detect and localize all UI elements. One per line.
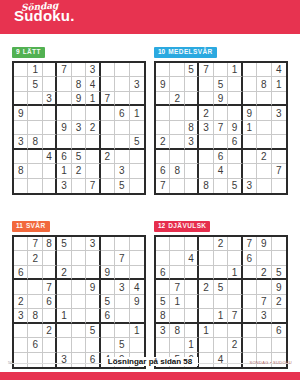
sudoku-cell-r9c2[interactable] <box>28 179 42 193</box>
sudoku-cell-r1c4: 7 <box>57 63 71 77</box>
sudoku-cell-r3c1: 6 <box>14 266 28 280</box>
sudoku-cell-r8c3[interactable] <box>43 164 57 178</box>
sudoku-cell-r1c7[interactable] <box>243 63 257 77</box>
sudoku-cell-r5c1[interactable] <box>14 121 28 135</box>
sudoku-cell-r9c1: 7 <box>156 179 170 193</box>
sudoku-cell-r6c6[interactable] <box>86 135 100 149</box>
sudoku-cell-r7c1[interactable] <box>14 324 28 338</box>
sudoku-cell-r1c5[interactable] <box>214 63 228 77</box>
sudoku-grid-11: 785327629793426593816251653649 <box>12 235 146 369</box>
sudoku-cell-r4c1[interactable] <box>156 106 170 120</box>
sudoku-cell-r7c1: 3 <box>156 324 170 338</box>
sudoku-cell-r2c4[interactable] <box>57 251 71 265</box>
sudoku-cell-r8c7[interactable] <box>243 338 257 352</box>
sudoku-cell-r5c5: 7 <box>214 121 228 135</box>
sudoku-cell-r6c1: 3 <box>14 135 28 149</box>
puzzle-number: 10 <box>158 49 165 56</box>
sudoku-cell-r5c2[interactable] <box>28 295 42 309</box>
sudoku-cell-r5c2: 1 <box>170 295 184 309</box>
puzzle-number: 9 <box>16 49 20 56</box>
sudoku-cell-r8c3[interactable] <box>185 164 199 178</box>
sudoku-cell-r8c7[interactable] <box>243 164 257 178</box>
sudoku-cell-r6c1: 8 <box>156 309 170 323</box>
sudoku-cell-r9c9[interactable] <box>272 179 286 193</box>
sudoku-cell-r5c4: 3 <box>199 121 213 135</box>
sudoku-cell-r6c5[interactable] <box>214 135 228 149</box>
sudoku-cell-r5c9[interactable] <box>272 121 286 135</box>
sudoku-cell-r6c3[interactable] <box>43 309 57 323</box>
sudoku-cell-r1c7[interactable] <box>101 63 115 77</box>
sudoku-cell-r6c2[interactable] <box>170 309 184 323</box>
sudoku-cell-r3c9[interactable] <box>272 92 286 106</box>
sudoku-cell-r3c5[interactable] <box>72 266 86 280</box>
sudoku-cell-r3c7[interactable] <box>243 266 257 280</box>
sudoku-cell-r2c5: 5 <box>214 77 228 91</box>
sudoku-cell-r3c2: 2 <box>170 92 184 106</box>
sudoku-cell-r5c6[interactable] <box>86 295 100 309</box>
sudoku-cell-r6c4[interactable] <box>57 135 71 149</box>
sudoku-cell-r2c1[interactable] <box>156 251 170 265</box>
sudoku-cell-r2c5[interactable] <box>214 251 228 265</box>
sudoku-cell-r4c9: 9 <box>272 280 286 294</box>
sudoku-cell-r2c4[interactable] <box>57 77 71 91</box>
sudoku-cell-r7c1[interactable] <box>156 150 170 164</box>
sudoku-cell-r1c1[interactable] <box>14 63 28 77</box>
sudoku-cell-r1c7: 7 <box>243 237 257 251</box>
sudoku-cell-r1c7[interactable] <box>101 237 115 251</box>
sudoku-cell-r1c2[interactable] <box>170 237 184 251</box>
sudoku-cell-r6c5[interactable] <box>72 309 86 323</box>
sudoku-cell-r9c3[interactable] <box>185 179 199 193</box>
sudoku-cell-r1c2: 1 <box>28 63 42 77</box>
sudoku-cell-r4c2[interactable] <box>170 106 184 120</box>
sudoku-cell-r9c4: 3 <box>57 179 71 193</box>
sudoku-cell-r9c5[interactable] <box>214 179 228 193</box>
sudoku-cell-r7c7: 2 <box>101 150 115 164</box>
difficulty-label: SVÅR <box>26 223 46 230</box>
sudoku-cell-r7c8: 2 <box>257 150 271 164</box>
sudoku-cell-r6c2[interactable] <box>170 135 184 149</box>
sudoku-cell-r3c7: 9 <box>101 266 115 280</box>
sudoku-cell-r6c2: 8 <box>28 135 42 149</box>
sudoku-cell-r1c6: 3 <box>86 63 100 77</box>
difficulty-label: LÄTT <box>23 49 41 56</box>
sudoku-cell-r3c3[interactable] <box>185 92 199 106</box>
sudoku-cell-r5c8: 7 <box>257 295 271 309</box>
sudoku-cell-r2c8: 7 <box>115 251 129 265</box>
sudoku-cell-r7c8[interactable] <box>115 150 129 164</box>
sudoku-cell-r4c1: 9 <box>14 106 28 120</box>
sudoku-cell-r6c4[interactable] <box>199 309 213 323</box>
edition-note: SÖNDAG • SUDOKU <box>249 360 292 365</box>
sudoku-cell-r4c6[interactable] <box>228 280 242 294</box>
sudoku-cell-r6c5: 1 <box>214 309 228 323</box>
sudoku-cell-r8c8: 5 <box>115 338 129 352</box>
sudoku-cell-r5c4[interactable] <box>57 295 71 309</box>
puzzle-10-medium: 10 MEDELSVÅR 571495812929383791236626847… <box>154 40 288 195</box>
sudoku-cell-r8c7[interactable] <box>101 164 115 178</box>
sudoku-cell-r7c2[interactable] <box>28 150 42 164</box>
sudoku-cell-r3c3: 3 <box>43 92 57 106</box>
sudoku-cell-r2c7[interactable] <box>101 77 115 91</box>
sudoku-cell-r4c5[interactable] <box>214 106 228 120</box>
sudoku-cell-r7c3[interactable] <box>185 150 199 164</box>
difficulty-badge-devilish: 12 DJÄVULSK <box>154 221 210 233</box>
sudoku-cell-r4c8: 6 <box>115 106 129 120</box>
sudoku-cell-r4c5[interactable] <box>72 280 86 294</box>
difficulty-badge-hard: 11 SVÅR <box>12 221 50 233</box>
sudoku-cell-r5c7[interactable] <box>101 121 115 135</box>
sudoku-cell-r3c1[interactable] <box>156 92 170 106</box>
sudoku-cell-r9c6: 5 <box>228 179 242 193</box>
sudoku-cell-r8c7[interactable] <box>101 338 115 352</box>
sudoku-cell-r3c3[interactable] <box>43 266 57 280</box>
sudoku-cell-r7c5[interactable] <box>72 324 86 338</box>
sudoku-cell-r6c7[interactable] <box>243 135 257 149</box>
sudoku-cell-r3c6: 1 <box>228 266 242 280</box>
sudoku-cell-r5c8[interactable] <box>257 121 271 135</box>
sudoku-cell-r3c3[interactable] <box>185 266 199 280</box>
sudoku-cell-r7c1[interactable] <box>14 150 28 164</box>
sudoku-cell-r7c6: 5 <box>86 324 100 338</box>
sudoku-cell-r3c8[interactable] <box>257 92 271 106</box>
sudoku-cell-r7c6[interactable] <box>86 150 100 164</box>
sudoku-cell-r2c7: 6 <box>243 251 257 265</box>
sudoku-cell-r1c9[interactable] <box>272 237 286 251</box>
sudoku-cell-r8c5[interactable] <box>214 338 228 352</box>
page-footer: Lösningar på sidan 58 50 SÖNDAG • SUDOKU <box>0 356 300 372</box>
sudoku-cell-r9c6: 7 <box>86 179 100 193</box>
sudoku-cell-r5c7[interactable] <box>243 295 257 309</box>
sudoku-cell-r5c5: 3 <box>72 121 86 135</box>
sudoku-cell-r3c2[interactable] <box>28 92 42 106</box>
sudoku-cell-r6c2: 8 <box>28 309 42 323</box>
sudoku-cell-r4c8[interactable] <box>257 106 271 120</box>
sudoku-cell-r7c5: 6 <box>214 150 228 164</box>
sudoku-cell-r8c2[interactable] <box>170 338 184 352</box>
sudoku-grid-10: 5714958129293837912366268477853 <box>154 61 288 195</box>
sudoku-cell-r4c6[interactable] <box>86 106 100 120</box>
sudoku-cell-r7c4[interactable] <box>199 150 213 164</box>
difficulty-label: MEDELSVÅR <box>168 49 212 56</box>
sudoku-cell-r2c8[interactable] <box>257 251 271 265</box>
difficulty-badge-medium: 10 MEDELSVÅR <box>154 47 217 59</box>
sudoku-cell-r4c6[interactable] <box>228 106 242 120</box>
sudoku-cell-r3c1[interactable] <box>14 92 28 106</box>
sudoku-cell-r9c2[interactable] <box>170 179 184 193</box>
sudoku-cell-r5c1: 5 <box>156 295 170 309</box>
sudoku-cell-r1c5: 2 <box>214 237 228 251</box>
sudoku-cell-r8c5[interactable] <box>72 338 86 352</box>
sudoku-cell-r4c8[interactable] <box>257 280 271 294</box>
sudoku-cell-r2c7[interactable] <box>101 251 115 265</box>
sudoku-cell-r1c3[interactable] <box>185 237 199 251</box>
sudoku-cell-r7c9[interactable] <box>272 150 286 164</box>
sudoku-cell-r7c7[interactable] <box>101 324 115 338</box>
sudoku-cell-r4c3[interactable] <box>185 106 199 120</box>
sudoku-cell-r6c3[interactable] <box>43 135 57 149</box>
sudoku-cell-r1c3[interactable] <box>43 63 57 77</box>
sudoku-cell-r1c3: 5 <box>185 63 199 77</box>
sudoku-cell-r3c4[interactable] <box>57 92 71 106</box>
sudoku-cell-r3c6[interactable] <box>228 92 242 106</box>
sudoku-cell-r3c9: 5 <box>272 266 286 280</box>
sudoku-cell-r5c6: 2 <box>86 121 100 135</box>
sudoku-cell-r9c5[interactable] <box>72 179 86 193</box>
sudoku-cell-r8c5: 4 <box>214 164 228 178</box>
sudoku-cell-r1c2: 7 <box>28 237 42 251</box>
sudoku-cell-r1c8: 9 <box>257 237 271 251</box>
sudoku-cell-r4c5[interactable] <box>72 106 86 120</box>
sudoku-cell-r7c5[interactable] <box>214 324 228 338</box>
sudoku-cell-r4c1[interactable] <box>156 280 170 294</box>
sudoku-cell-r1c4[interactable] <box>199 237 213 251</box>
sudoku-cell-r7c2[interactable] <box>170 150 184 164</box>
sudoku-cell-r8c1[interactable] <box>156 338 170 352</box>
sudoku-cell-r1c4: 7 <box>199 63 213 77</box>
sudoku-cell-r3c9[interactable] <box>130 266 144 280</box>
sudoku-cell-r9c7: 3 <box>243 179 257 193</box>
sudoku-cell-r6c6[interactable] <box>86 309 100 323</box>
sudoku-cell-r8c4[interactable] <box>57 338 71 352</box>
sudoku-cell-r8c8[interactable] <box>257 164 271 178</box>
puzzle-row-top: 9 LÄTT 1735843391796193238546528123375 1… <box>12 40 288 195</box>
sudoku-cell-r7c2[interactable] <box>28 324 42 338</box>
sudoku-cell-r7c3: 4 <box>43 150 57 164</box>
sudoku-cell-r9c3[interactable] <box>43 179 57 193</box>
solutions-text: Lösningar på sidan 58 <box>102 357 198 366</box>
sudoku-cell-r5c7: 1 <box>243 121 257 135</box>
sudoku-cell-r4c7[interactable] <box>101 280 115 294</box>
sudoku-cell-r6c1: 3 <box>14 309 28 323</box>
sudoku-cell-r1c1[interactable] <box>14 237 28 251</box>
sudoku-cell-r2c9[interactable] <box>272 251 286 265</box>
sudoku-cell-r2c3[interactable] <box>185 77 199 91</box>
sudoku-cell-r7c9[interactable] <box>130 150 144 164</box>
sudoku-cell-r8c2[interactable] <box>28 164 42 178</box>
sudoku-cell-r6c3[interactable] <box>185 309 199 323</box>
sudoku-cell-r2c6[interactable] <box>228 77 242 91</box>
sudoku-cell-r6c6: 7 <box>228 309 242 323</box>
sudoku-cell-r3c5: 9 <box>214 92 228 106</box>
page-number: 50 <box>8 360 12 365</box>
sudoku-cell-r8c9[interactable] <box>130 164 144 178</box>
sudoku-cell-r8c1: 6 <box>156 164 170 178</box>
sudoku-cell-r1c8[interactable] <box>257 63 271 77</box>
sudoku-cell-r1c1[interactable] <box>156 237 170 251</box>
sudoku-cell-r7c4[interactable] <box>57 324 71 338</box>
sudoku-cell-r5c9: 2 <box>272 295 286 309</box>
sudoku-cell-r3c7[interactable] <box>243 92 257 106</box>
sudoku-cell-r4c7[interactable] <box>243 280 257 294</box>
sudoku-cell-r6c5[interactable] <box>72 135 86 149</box>
sudoku-cell-r4c1[interactable] <box>14 280 28 294</box>
sudoku-cell-r1c5[interactable] <box>72 63 86 77</box>
sudoku-cell-r1c9[interactable] <box>130 63 144 77</box>
sudoku-cell-r8c9: 7 <box>272 164 286 178</box>
sudoku-cell-r1c2[interactable] <box>170 63 184 77</box>
sondag-sudoku-logo: Söndag Sudoku. <box>14 2 75 24</box>
sudoku-cell-r1c9[interactable] <box>130 237 144 251</box>
sudoku-cell-r7c9: 1 <box>130 324 144 338</box>
sudoku-cell-r2c2[interactable] <box>170 77 184 91</box>
puzzle-number: 12 <box>158 223 165 230</box>
sudoku-cell-r2c6[interactable] <box>228 251 242 265</box>
sudoku-cell-r3c6: 1 <box>86 92 100 106</box>
sudoku-cell-r3c5: 9 <box>72 92 86 106</box>
sudoku-cell-r8c1: 8 <box>14 164 28 178</box>
sudoku-cell-r5c6[interactable] <box>228 295 242 309</box>
sudoku-cell-r7c3[interactable] <box>185 324 199 338</box>
sudoku-cell-r7c8[interactable] <box>115 324 129 338</box>
sudoku-cell-r5c3[interactable] <box>43 121 57 135</box>
sudoku-cell-r1c8[interactable] <box>115 237 129 251</box>
sudoku-cell-r2c2[interactable] <box>170 251 184 265</box>
sudoku-cell-r3c6[interactable] <box>86 266 100 280</box>
sudoku-cell-r4c7[interactable] <box>101 106 115 120</box>
sudoku-cell-r3c4: 2 <box>57 266 71 280</box>
sudoku-cell-r9c9[interactable] <box>130 179 144 193</box>
sudoku-cell-r6c9[interactable] <box>272 309 286 323</box>
sudoku-cell-r2c9: 1 <box>272 77 286 91</box>
sudoku-cell-r2c4[interactable] <box>199 77 213 91</box>
sudoku-cell-r5c4: 9 <box>57 121 71 135</box>
sudoku-cell-r5c8[interactable] <box>115 121 129 135</box>
sudoku-cell-r2c8: 8 <box>257 77 271 91</box>
sudoku-cell-r5c2[interactable] <box>28 121 42 135</box>
sudoku-cell-r4c3[interactable] <box>43 106 57 120</box>
sudoku-cell-r3c2[interactable] <box>170 266 184 280</box>
sudoku-cell-r8c3[interactable] <box>43 338 57 352</box>
sudoku-cell-r3c2[interactable] <box>28 266 42 280</box>
sudoku-cell-r8c8[interactable] <box>257 338 271 352</box>
sudoku-cell-r3c5[interactable] <box>214 266 228 280</box>
sudoku-cell-r8c6[interactable] <box>86 164 100 178</box>
sudoku-cell-r2c1[interactable] <box>14 77 28 91</box>
sudoku-cell-r2c9[interactable] <box>130 251 144 265</box>
sudoku-cell-r7c7[interactable] <box>243 150 257 164</box>
puzzle-row-bottom: 11 SVÅR 785327629793426593816251653649 1… <box>12 214 288 369</box>
sudoku-cell-r6c9[interactable] <box>130 309 144 323</box>
sudoku-cell-r5c8[interactable] <box>115 295 129 309</box>
sudoku-cell-r4c4[interactable] <box>57 106 71 120</box>
sudoku-cell-r8c1[interactable] <box>14 338 28 352</box>
sudoku-cell-r9c1[interactable] <box>14 179 28 193</box>
sudoku-cell-r1c1[interactable] <box>156 63 170 77</box>
sudoku-cell-r2c1[interactable] <box>14 251 28 265</box>
sudoku-cell-r4c7: 9 <box>243 106 257 120</box>
sudoku-cell-r7c2: 8 <box>170 324 184 338</box>
sudoku-cell-r4c4[interactable] <box>57 280 71 294</box>
sudoku-cell-r4c2: 7 <box>170 280 184 294</box>
sudoku-cell-r4c8: 3 <box>115 280 129 294</box>
sudoku-cell-r6c9[interactable] <box>272 135 286 149</box>
sudoku-cell-r4c2[interactable] <box>28 106 42 120</box>
sudoku-cell-r6c8[interactable] <box>257 135 271 149</box>
sudoku-cell-r1c4: 5 <box>57 237 71 251</box>
sudoku-cell-r6c7: 6 <box>101 309 115 323</box>
sudoku-cell-r3c8[interactable] <box>115 92 129 106</box>
sudoku-cell-r2c3[interactable] <box>43 251 57 265</box>
sudoku-cell-r7c4: 6 <box>57 150 71 164</box>
sudoku-cell-r4c3[interactable] <box>185 280 199 294</box>
sudoku-cell-r4c2[interactable] <box>28 280 42 294</box>
sudoku-cell-r2c9: 3 <box>130 77 144 91</box>
sudoku-cell-r7c8[interactable] <box>257 324 271 338</box>
sudoku-cell-r8c6[interactable] <box>228 164 242 178</box>
sudoku-cell-r8c3: 1 <box>185 338 199 352</box>
sudoku-cell-r2c6[interactable] <box>86 251 100 265</box>
sudoku-cell-r5c3[interactable] <box>185 295 199 309</box>
sudoku-cell-r6c4: 1 <box>57 309 71 323</box>
sudoku-cell-r1c6[interactable] <box>228 237 242 251</box>
sudoku-cell-r9c4: 8 <box>199 179 213 193</box>
sudoku-cell-r8c4[interactable] <box>199 164 213 178</box>
sudoku-cell-r1c5[interactable] <box>72 237 86 251</box>
sudoku-cell-r9c7[interactable] <box>101 179 115 193</box>
sudoku-cell-r8c4[interactable] <box>199 338 213 352</box>
sudoku-cell-r8c4: 1 <box>57 164 71 178</box>
sudoku-cell-r5c2[interactable] <box>170 121 184 135</box>
sudoku-cell-r6c8[interactable] <box>115 135 129 149</box>
sudoku-cell-r4c3: 7 <box>43 280 57 294</box>
sudoku-cell-r7c9: 6 <box>272 324 286 338</box>
sudoku-cell-r7c7[interactable] <box>243 324 257 338</box>
sudoku-cell-r8c9[interactable] <box>272 338 286 352</box>
sudoku-cell-r1c8[interactable] <box>115 63 129 77</box>
sudoku-cell-r3c7: 7 <box>101 92 115 106</box>
sudoku-cell-r3c8[interactable] <box>115 266 129 280</box>
puzzle-11-hard: 11 SVÅR 785327629793426593816251653649 <box>12 214 146 369</box>
sudoku-cell-r7c4: 1 <box>199 324 213 338</box>
sudoku-cell-r7c6[interactable] <box>228 150 242 164</box>
sudoku-cell-r5c3: 6 <box>43 295 57 309</box>
sudoku-cell-r2c3[interactable] <box>43 77 57 91</box>
sudoku-cell-r5c1[interactable] <box>156 121 170 135</box>
sudoku-cell-r6c4[interactable] <box>199 135 213 149</box>
sudoku-cell-r5c1: 2 <box>14 295 28 309</box>
sudoku-cell-r5c9: 9 <box>130 295 144 309</box>
sudoku-cell-r2c4[interactable] <box>199 251 213 265</box>
sudoku-cell-r5c5[interactable] <box>214 295 228 309</box>
sudoku-cell-r3c9[interactable] <box>130 92 144 106</box>
sudoku-cell-r2c7[interactable] <box>243 77 257 91</box>
sudoku-cell-r6c1: 2 <box>156 135 170 149</box>
difficulty-badge-easy: 9 LÄTT <box>12 47 45 59</box>
sudoku-cell-r1c6: 3 <box>86 237 100 251</box>
sudoku-cell-r4c4: 2 <box>199 280 213 294</box>
sudoku-cell-r2c8[interactable] <box>115 77 129 91</box>
sudoku-cell-r5c9[interactable] <box>130 121 144 135</box>
sudoku-cell-r2c5[interactable] <box>72 251 86 265</box>
sudoku-cell-r8c9[interactable] <box>130 338 144 352</box>
sudoku-cell-r3c4[interactable] <box>199 92 213 106</box>
sudoku-cell-r8c6[interactable] <box>86 338 100 352</box>
sudoku-cell-r6c8: 3 <box>257 309 271 323</box>
sudoku-cell-r3c4[interactable] <box>199 266 213 280</box>
newspaper-sudoku-page: Söndag Sudoku. 9 LÄTT 173584339179619323… <box>0 0 300 380</box>
sudoku-cell-r9c8[interactable] <box>257 179 271 193</box>
sudoku-cell-r6c6: 6 <box>228 135 242 149</box>
sudoku-cell-r7c3: 2 <box>43 324 57 338</box>
sudoku-cell-r6c8[interactable] <box>115 309 129 323</box>
sudoku-cell-r1c6: 1 <box>228 63 242 77</box>
sudoku-cell-r6c7[interactable] <box>101 135 115 149</box>
sudoku-cell-r5c5[interactable] <box>72 295 86 309</box>
sudoku-cell-r7c6[interactable] <box>228 324 242 338</box>
sudoku-cell-r5c4[interactable] <box>199 295 213 309</box>
sudoku-cell-r6c7[interactable] <box>243 309 257 323</box>
